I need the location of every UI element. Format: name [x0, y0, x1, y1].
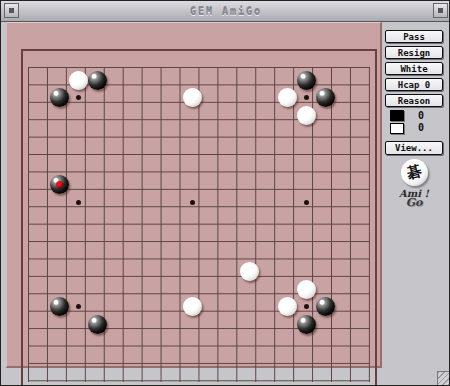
- stone-black[interactable]: [316, 297, 335, 316]
- stone-black[interactable]: [88, 71, 107, 90]
- stone-white[interactable]: [297, 106, 316, 125]
- reason-button[interactable]: Reason: [385, 94, 443, 107]
- logo-stone-icon: 碁: [401, 159, 428, 186]
- logo-go-text: Go: [382, 198, 446, 208]
- board-grid-lines: [28, 67, 370, 382]
- hoshi-point: [304, 95, 309, 100]
- stone-black[interactable]: [297, 71, 316, 90]
- resign-button[interactable]: Resign: [385, 46, 443, 59]
- view-button[interactable]: View...: [385, 141, 443, 155]
- fuller-box-icon[interactable]: [433, 3, 448, 18]
- go-kanji-icon: 碁: [405, 163, 423, 181]
- close-box-icon[interactable]: [4, 3, 19, 18]
- stone-white[interactable]: [297, 280, 316, 299]
- fuller-glyph-icon: [438, 8, 443, 13]
- last-move-marker: [56, 181, 63, 188]
- stone-black[interactable]: [88, 315, 107, 334]
- stone-black[interactable]: [297, 315, 316, 334]
- black-stone-square-icon: [390, 110, 404, 121]
- black-captures-count: 0: [418, 110, 424, 122]
- white-captures-count: 0: [418, 122, 424, 134]
- amigo-window: GEM AmiGo Pass Resign White Hcap 0 Reaso…: [0, 0, 450, 386]
- capture-counts: 0 0: [418, 110, 424, 134]
- go-board[interactable]: [6, 22, 382, 368]
- amigo-logo: 碁 Ami ! Go: [382, 159, 446, 208]
- white-button[interactable]: White: [385, 62, 443, 75]
- capture-color-squares: [390, 110, 404, 134]
- hoshi-point: [190, 200, 195, 205]
- stone-black[interactable]: [316, 88, 335, 107]
- resize-grip-icon[interactable]: [437, 371, 450, 386]
- white-stone-square-icon: [390, 123, 404, 134]
- pass-button[interactable]: Pass: [385, 30, 443, 43]
- handicap-button[interactable]: Hcap 0: [385, 78, 443, 91]
- stone-white[interactable]: [278, 297, 297, 316]
- capture-counters: 0 0: [390, 110, 424, 134]
- close-glyph-icon: [9, 8, 14, 13]
- stone-white[interactable]: [278, 88, 297, 107]
- hoshi-point: [304, 304, 309, 309]
- title-bar[interactable]: GEM AmiGo: [1, 1, 450, 22]
- hoshi-point: [304, 200, 309, 205]
- window-title: GEM AmiGo: [190, 6, 262, 17]
